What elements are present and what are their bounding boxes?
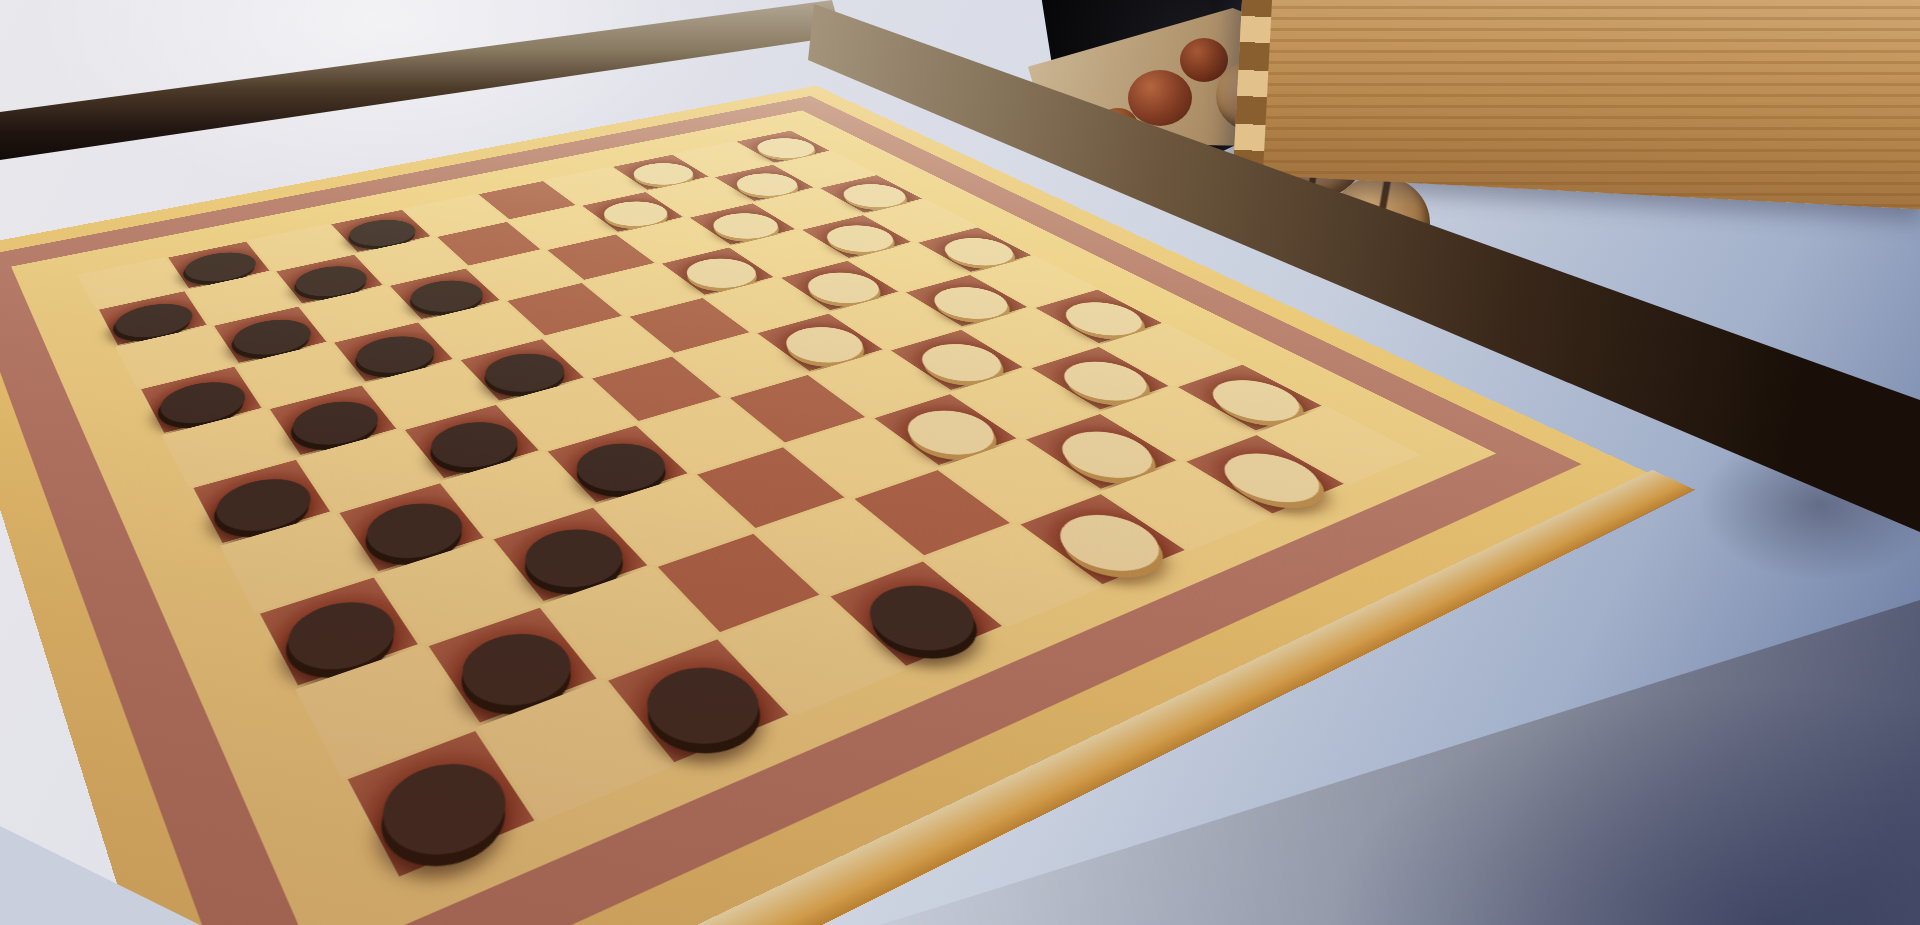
wooden-box [1233, 0, 1920, 210]
chestnut [1180, 38, 1228, 82]
scene: ●●●●●●●●●●●●●●●●●●●●●●●●●●●●●●●●●●●●●●●● [0, 0, 1920, 925]
chestnut [1128, 70, 1192, 126]
